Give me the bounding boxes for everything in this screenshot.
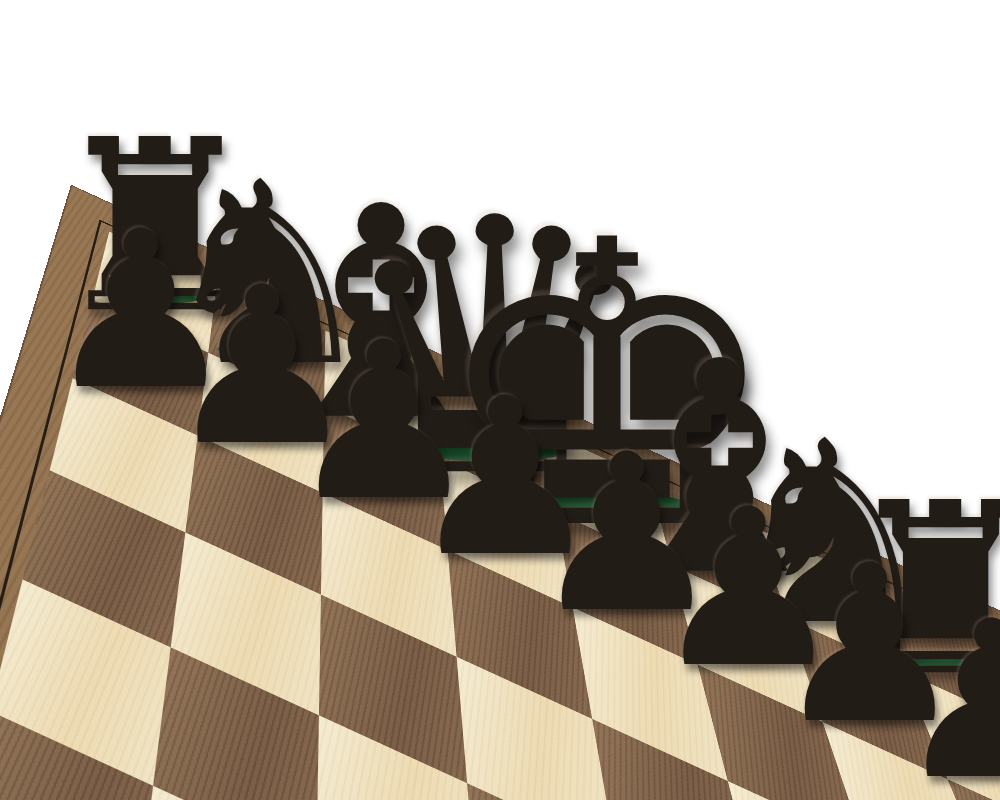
chess-board	[0, 232, 1000, 800]
board-grid	[0, 232, 1000, 800]
photo-stage: ♜♞♝♛♚♝♞♜♟♟♟♟♟♟♟♟	[0, 0, 1000, 800]
